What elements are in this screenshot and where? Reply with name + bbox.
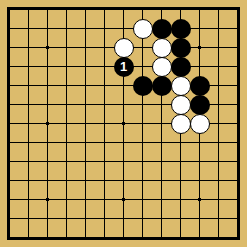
stone-black[interactable] — [133, 76, 153, 96]
star-point — [46, 198, 49, 201]
stone-white[interactable] — [190, 114, 210, 134]
star-point — [198, 46, 201, 49]
stone-white[interactable] — [171, 95, 191, 115]
stone-black[interactable] — [152, 76, 172, 96]
go-board[interactable]: 1 — [0, 0, 247, 247]
star-point — [46, 46, 49, 49]
stone-white[interactable] — [152, 38, 172, 58]
stone-black[interactable]: 1 — [114, 57, 134, 77]
star-point — [122, 198, 125, 201]
stone-white[interactable] — [171, 114, 191, 134]
move-number-label: 1 — [120, 60, 127, 73]
stone-black[interactable] — [171, 57, 191, 77]
stone-black[interactable] — [152, 19, 172, 39]
star-point — [122, 122, 125, 125]
stone-white[interactable] — [171, 76, 191, 96]
stone-white[interactable] — [133, 19, 153, 39]
stone-black[interactable] — [171, 19, 191, 39]
star-point — [46, 122, 49, 125]
stone-white[interactable] — [152, 57, 172, 77]
stone-black[interactable] — [171, 38, 191, 58]
stone-black[interactable] — [190, 95, 210, 115]
stone-white[interactable] — [114, 38, 134, 58]
star-point — [198, 198, 201, 201]
stone-black[interactable] — [190, 76, 210, 96]
